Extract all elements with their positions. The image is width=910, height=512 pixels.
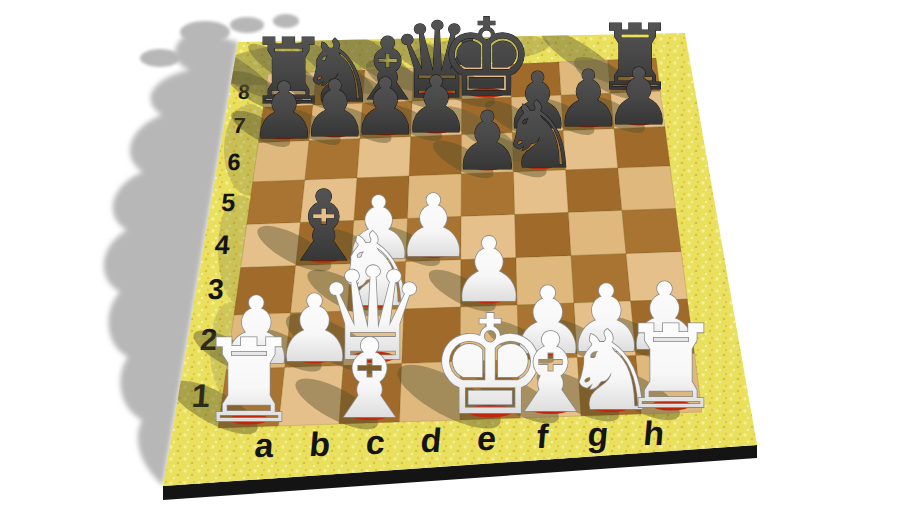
white-rook-a1: ♜ — [197, 314, 300, 448]
black-pawn-h7: ♟ — [604, 52, 674, 142]
square-h4 — [622, 208, 681, 253]
square-h5 — [618, 166, 676, 210]
rank-label-4: 4 — [214, 230, 231, 260]
black-knight-f6: ♞ — [498, 82, 580, 189]
svg-text:♜: ♜ — [197, 314, 300, 448]
svg-text:♟: ♟ — [604, 52, 674, 142]
chessboard-3d-render[interactable]: 12345678abcdefgh ♜ ♞ ♝ ♛ ♚ ♜ ♟ ♟ ♟ — [0, 0, 910, 512]
svg-text:♜: ♜ — [620, 300, 723, 434]
svg-text:♝: ♝ — [320, 315, 418, 443]
rank-label-5: 5 — [220, 188, 236, 216]
rank-label-6: 6 — [227, 149, 242, 175]
model-viewport[interactable]: 12345678abcdefgh ♜ ♞ ♝ ♛ ♚ ♜ ♟ ♟ ♟ — [0, 0, 910, 512]
white-rook-h1: ♜ — [620, 300, 723, 434]
square-g4 — [568, 210, 626, 255]
svg-text:♞: ♞ — [498, 82, 580, 189]
white-bishop-c1: ♝ — [320, 315, 418, 443]
